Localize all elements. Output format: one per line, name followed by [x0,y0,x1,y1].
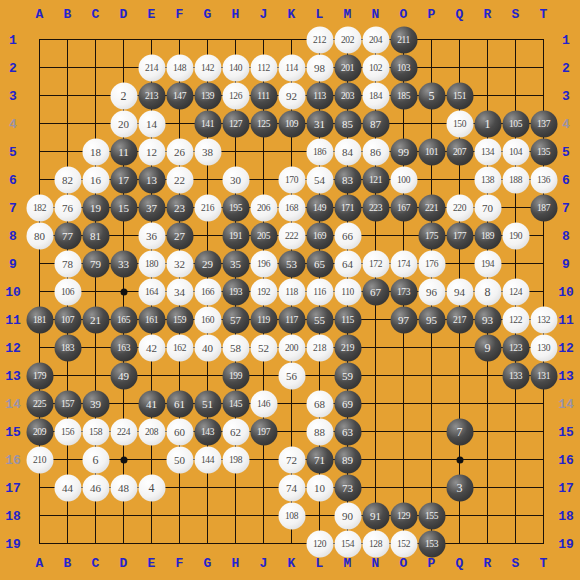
stone-white-210-A16: 210 [26,446,53,473]
stone-black-125-J4: 125 [250,110,277,137]
row-label-right-17: 17 [558,480,574,495]
stone-black-31-L4: 31 [306,110,333,137]
stone-black-61-F14: 61 [166,390,193,417]
stone-black-81-C8: 81 [82,222,109,249]
stone-white-30-H6: 30 [222,166,249,193]
stone-black-223-N7: 223 [362,194,389,221]
stone-black-167-O7: 167 [390,194,417,221]
stone-white-192-J10: 192 [250,278,277,305]
stone-black-133-S13: 133 [502,362,529,389]
stone-black-37-E7: 37 [138,194,165,221]
column-label-bottom-H: H [232,556,240,571]
stone-white-204-N1: 204 [362,26,389,53]
stone-white-34-F10: 34 [166,278,193,305]
column-label-bottom-E: E [148,556,156,571]
stone-black-169-L8: 169 [306,222,333,249]
stone-white-206-J7: 206 [250,194,277,221]
stone-white-96-P10: 96 [418,278,445,305]
stone-white-168-K7: 168 [278,194,305,221]
stone-black-213-E3: 213 [138,82,165,109]
stone-black-117-K11: 117 [278,306,305,333]
row-label-right-9: 9 [562,256,570,271]
stone-white-186-L5: 186 [306,138,333,165]
stone-black-135-T5: 135 [530,138,557,165]
column-label-top-P: P [428,7,436,22]
stone-white-102-N2: 102 [362,54,389,81]
stone-black-11-D5: 11 [110,138,137,165]
stone-white-64-M9: 64 [334,250,361,277]
go-board[interactable]: AABBCCDDEEFFGGHHJJKKLLMMNNOOPPQQRRSSTT11… [0,0,580,580]
column-label-bottom-D: D [120,556,128,571]
stone-white-222-K8: 222 [278,222,305,249]
stone-white-98-L2: 98 [306,54,333,81]
column-label-top-B: B [64,7,72,22]
stone-black-185-O3: 185 [390,82,417,109]
column-label-bottom-G: G [204,556,212,571]
stone-white-176-P9: 176 [418,250,445,277]
stone-white-122-S11: 122 [502,306,529,333]
stone-black-211-O1: 211 [390,26,417,53]
row-label-right-15: 15 [558,424,574,439]
stone-white-182-A7: 182 [26,194,53,221]
stone-white-194-R9: 194 [474,250,501,277]
stone-white-152-O19: 152 [390,530,417,557]
stone-black-145-H14: 145 [222,390,249,417]
column-label-top-G: G [204,7,212,22]
stone-white-128-N19: 128 [362,530,389,557]
stone-white-68-L14: 68 [306,390,333,417]
stone-black-199-H13: 199 [222,362,249,389]
column-label-bottom-M: M [344,556,352,571]
stone-white-136-T6: 136 [530,166,557,193]
column-label-bottom-P: P [428,556,436,571]
stone-white-88-L15: 88 [306,418,333,445]
row-label-right-6: 6 [562,172,570,187]
row-label-left-8: 8 [9,228,17,243]
stone-black-67-N10: 67 [362,278,389,305]
column-label-bottom-L: L [316,556,324,571]
stone-white-94-Q10: 94 [446,278,473,305]
stone-white-40-G12: 40 [194,334,221,361]
stone-white-60-F15: 60 [166,418,193,445]
stone-white-218-L12: 218 [306,334,333,361]
row-label-right-11: 11 [558,312,574,327]
row-label-right-8: 8 [562,228,570,243]
row-label-right-16: 16 [558,452,574,467]
stone-white-22-F6: 22 [166,166,193,193]
column-label-top-S: S [512,7,520,22]
stone-white-118-K10: 118 [278,278,305,305]
stone-black-69-M14: 69 [334,390,361,417]
stone-white-70-R7: 70 [474,194,501,221]
row-label-left-17: 17 [5,480,21,495]
stone-black-191-H8: 191 [222,222,249,249]
stone-white-156-B15: 156 [54,418,81,445]
stone-white-38-G5: 38 [194,138,221,165]
stone-black-181-A11: 181 [26,306,53,333]
stone-black-21-C11: 21 [82,306,109,333]
row-label-right-5: 5 [562,144,570,159]
stone-white-80-A8: 80 [26,222,53,249]
stone-black-159-F11: 159 [166,306,193,333]
stone-black-35-H9: 35 [222,250,249,277]
stone-white-154-M19: 154 [334,530,361,557]
stone-black-41-E14: 41 [138,390,165,417]
stone-black-161-E11: 161 [138,306,165,333]
stone-black-91-N18: 91 [362,502,389,529]
stone-black-101-P5: 101 [418,138,445,165]
column-label-top-Q: Q [456,7,464,22]
stone-black-201-M2: 201 [334,54,361,81]
stone-black-123-S12: 123 [502,334,529,361]
column-label-top-D: D [120,7,128,22]
column-label-top-K: K [288,7,296,22]
stone-white-184-N3: 184 [362,82,389,109]
stone-black-151-Q3: 151 [446,82,473,109]
stone-white-92-K3: 92 [278,82,305,109]
stone-white-104-S5: 104 [502,138,529,165]
stone-white-202-M1: 202 [334,26,361,53]
stone-black-13-E6: 13 [138,166,165,193]
stone-black-5-P3: 5 [418,82,445,109]
stone-white-164-E10: 164 [138,278,165,305]
stone-black-73-M17: 73 [334,474,361,501]
column-label-bottom-K: K [288,556,296,571]
column-label-bottom-N: N [372,556,380,571]
stone-black-59-M13: 59 [334,362,361,389]
column-label-bottom-C: C [92,556,100,571]
stone-white-74-K17: 74 [278,474,305,501]
row-label-left-2: 2 [9,60,17,75]
stone-black-121-N6: 121 [362,166,389,193]
stone-white-148-F2: 148 [166,54,193,81]
stone-black-57-H11: 57 [222,306,249,333]
stone-white-120-L19: 120 [306,530,333,557]
stone-white-170-K6: 170 [278,166,305,193]
stone-white-114-K2: 114 [278,54,305,81]
stone-white-42-E12: 42 [138,334,165,361]
stone-black-63-M15: 63 [334,418,361,445]
star-point-Q16 [456,456,463,463]
stone-black-179-A13: 179 [26,362,53,389]
row-label-right-2: 2 [562,60,570,75]
stone-white-198-H16: 198 [222,446,249,473]
stone-black-153-P19: 153 [418,530,445,557]
stone-black-53-K9: 53 [278,250,305,277]
stone-black-217-Q11: 217 [446,306,473,333]
stone-black-77-B8: 77 [54,222,81,249]
stone-white-162-F12: 162 [166,334,193,361]
stone-white-66-M8: 66 [334,222,361,249]
star-point-D10 [120,288,127,295]
row-label-right-19: 19 [558,536,574,551]
stone-black-183-B12: 183 [54,334,81,361]
stone-white-100-O6: 100 [390,166,417,193]
stone-black-103-O2: 103 [390,54,417,81]
column-label-top-L: L [316,7,324,22]
column-label-bottom-B: B [64,556,72,571]
stone-black-65-L9: 65 [306,250,333,277]
stone-white-106-B10: 106 [54,278,81,305]
row-label-left-11: 11 [5,312,21,327]
stone-black-165-D11: 165 [110,306,137,333]
stone-white-138-R6: 138 [474,166,501,193]
stone-white-142-G2: 142 [194,54,221,81]
stone-black-27-F8: 27 [166,222,193,249]
stone-black-1-R4: 1 [474,110,501,137]
column-label-bottom-A: A [36,556,44,571]
stone-black-207-Q5: 207 [446,138,473,165]
stone-black-219-M12: 219 [334,334,361,361]
column-label-top-M: M [344,7,352,22]
stone-white-174-O9: 174 [390,250,417,277]
stone-black-95-P11: 95 [418,306,445,333]
stone-white-172-N9: 172 [362,250,389,277]
row-label-left-4: 4 [9,116,17,131]
stone-black-155-P18: 155 [418,502,445,529]
stone-black-83-M6: 83 [334,166,361,193]
stone-white-82-B6: 82 [54,166,81,193]
column-label-bottom-R: R [484,556,492,571]
stone-black-93-R11: 93 [474,306,501,333]
stone-black-177-Q8: 177 [446,222,473,249]
stone-black-129-O18: 129 [390,502,417,529]
stone-black-85-M4: 85 [334,110,361,137]
row-label-right-10: 10 [558,284,574,299]
column-label-top-N: N [372,7,380,22]
column-label-top-C: C [92,7,100,22]
stone-white-220-Q7: 220 [446,194,473,221]
stone-black-195-H7: 195 [222,194,249,221]
stone-black-221-P7: 221 [418,194,445,221]
column-label-top-T: T [540,7,548,22]
stone-black-51-G14: 51 [194,390,221,417]
stone-black-113-L3: 113 [306,82,333,109]
stone-black-187-T7: 187 [530,194,557,221]
stone-white-110-M10: 110 [334,278,361,305]
stone-white-214-E2: 214 [138,54,165,81]
stone-black-105-S4: 105 [502,110,529,137]
stone-white-108-K18: 108 [278,502,305,529]
row-label-right-3: 3 [562,88,570,103]
row-label-left-9: 9 [9,256,17,271]
stone-black-137-T4: 137 [530,110,557,137]
stone-black-97-O11: 97 [390,306,417,333]
column-label-bottom-F: F [176,556,184,571]
row-label-left-10: 10 [5,284,21,299]
stone-black-127-H4: 127 [222,110,249,137]
column-label-bottom-T: T [540,556,548,571]
stone-white-58-H12: 58 [222,334,249,361]
stone-black-197-J15: 197 [250,418,277,445]
stone-white-8-R10: 8 [474,278,501,305]
row-label-left-6: 6 [9,172,17,187]
stone-black-15-D7: 15 [110,194,137,221]
stone-white-16-C6: 16 [82,166,109,193]
stone-white-20-D4: 20 [110,110,137,137]
stone-black-55-L11: 55 [306,306,333,333]
stone-white-144-G16: 144 [194,446,221,473]
stone-black-33-D9: 33 [110,250,137,277]
stone-white-90-M18: 90 [334,502,361,529]
stone-white-4-E17: 4 [138,474,165,501]
stone-white-216-G7: 216 [194,194,221,221]
stone-white-180-E9: 180 [138,250,165,277]
stone-white-130-T12: 130 [530,334,557,361]
stone-white-72-K16: 72 [278,446,305,473]
stone-black-115-M11: 115 [334,306,361,333]
stone-white-26-F5: 26 [166,138,193,165]
stone-white-54-L6: 54 [306,166,333,193]
stone-black-19-C7: 19 [82,194,109,221]
stone-black-87-N4: 87 [362,110,389,137]
stone-white-62-H15: 62 [222,418,249,445]
stone-white-188-S6: 188 [502,166,529,193]
stone-black-163-D12: 163 [110,334,137,361]
stone-white-32-F9: 32 [166,250,193,277]
stone-black-149-L7: 149 [306,194,333,221]
row-label-left-12: 12 [5,340,21,355]
stone-black-9-R12: 9 [474,334,501,361]
stone-white-84-M5: 84 [334,138,361,165]
row-label-left-19: 19 [5,536,21,551]
stone-white-6-C16: 6 [82,446,109,473]
stone-white-196-J9: 196 [250,250,277,277]
stone-white-146-J14: 146 [250,390,277,417]
column-label-bottom-O: O [400,556,408,571]
stone-black-109-K4: 109 [278,110,305,137]
stone-black-131-T13: 131 [530,362,557,389]
stone-black-139-G3: 139 [194,82,221,109]
row-label-left-18: 18 [5,508,21,523]
stone-black-225-A14: 225 [26,390,53,417]
column-label-bottom-J: J [260,556,268,571]
stone-black-107-B11: 107 [54,306,81,333]
stone-white-46-C17: 46 [82,474,109,501]
row-label-right-13: 13 [558,368,574,383]
stone-white-212-L1: 212 [306,26,333,53]
row-label-left-3: 3 [9,88,17,103]
stone-white-12-E5: 12 [138,138,165,165]
stone-black-29-G9: 29 [194,250,221,277]
stone-black-3-Q17: 3 [446,474,473,501]
stone-white-2-D3: 2 [110,82,137,109]
row-label-right-14: 14 [558,396,574,411]
stone-white-132-T11: 132 [530,306,557,333]
stone-black-7-Q15: 7 [446,418,473,445]
row-label-right-18: 18 [558,508,574,523]
stone-white-158-C15: 158 [82,418,109,445]
stone-white-150-Q4: 150 [446,110,473,137]
row-label-left-15: 15 [5,424,21,439]
stone-white-208-E15: 208 [138,418,165,445]
column-label-top-H: H [232,7,240,22]
column-label-top-R: R [484,7,492,22]
stone-black-173-O10: 173 [390,278,417,305]
stone-white-116-L10: 116 [306,278,333,305]
star-point-D16 [120,456,127,463]
stone-black-23-F7: 23 [166,194,193,221]
stone-black-209-A15: 209 [26,418,53,445]
stone-black-147-F3: 147 [166,82,193,109]
stone-black-171-M7: 171 [334,194,361,221]
stone-black-17-D6: 17 [110,166,137,193]
stone-white-200-K12: 200 [278,334,305,361]
stone-white-44-B17: 44 [54,474,81,501]
stone-black-71-L16: 71 [306,446,333,473]
column-label-bottom-Q: Q [456,556,464,571]
column-label-top-E: E [148,7,156,22]
stone-black-89-M16: 89 [334,446,361,473]
stone-black-79-C9: 79 [82,250,109,277]
stone-white-76-B7: 76 [54,194,81,221]
stone-white-48-D17: 48 [110,474,137,501]
stone-black-141-G4: 141 [194,110,221,137]
row-label-left-1: 1 [9,32,17,47]
row-label-right-4: 4 [562,116,570,131]
stone-white-166-G10: 166 [194,278,221,305]
stone-white-78-B9: 78 [54,250,81,277]
stone-white-190-S8: 190 [502,222,529,249]
stone-white-112-J2: 112 [250,54,277,81]
row-label-left-13: 13 [5,368,21,383]
stone-black-143-G15: 143 [194,418,221,445]
stone-white-160-G11: 160 [194,306,221,333]
stone-white-124-S10: 124 [502,278,529,305]
stone-black-175-P8: 175 [418,222,445,249]
row-label-right-12: 12 [558,340,574,355]
stone-black-49-D13: 49 [110,362,137,389]
stone-black-111-J3: 111 [250,82,277,109]
column-label-top-F: F [176,7,184,22]
stone-white-224-D15: 224 [110,418,137,445]
stone-white-10-L17: 10 [306,474,333,501]
stone-white-140-H2: 140 [222,54,249,81]
row-label-left-16: 16 [5,452,21,467]
stone-black-205-J8: 205 [250,222,277,249]
stone-black-193-H10: 193 [222,278,249,305]
stone-white-50-F16: 50 [166,446,193,473]
stone-white-126-H3: 126 [222,82,249,109]
stone-white-86-N5: 86 [362,138,389,165]
stone-black-189-R8: 189 [474,222,501,249]
stone-white-36-E8: 36 [138,222,165,249]
stone-white-56-K13: 56 [278,362,305,389]
row-label-left-14: 14 [5,396,21,411]
row-label-right-7: 7 [562,200,570,215]
stone-white-134-R5: 134 [474,138,501,165]
stone-white-18-C5: 18 [82,138,109,165]
row-label-right-1: 1 [562,32,570,47]
stone-black-39-C14: 39 [82,390,109,417]
column-label-top-A: A [36,7,44,22]
column-label-bottom-S: S [512,556,520,571]
stone-black-157-B14: 157 [54,390,81,417]
stone-black-99-O5: 99 [390,138,417,165]
row-label-left-7: 7 [9,200,17,215]
row-label-left-5: 5 [9,144,17,159]
stone-white-14-E4: 14 [138,110,165,137]
stone-black-119-J11: 119 [250,306,277,333]
stone-black-203-M3: 203 [334,82,361,109]
column-label-top-J: J [260,7,268,22]
stone-white-52-J12: 52 [250,334,277,361]
column-label-top-O: O [400,7,408,22]
